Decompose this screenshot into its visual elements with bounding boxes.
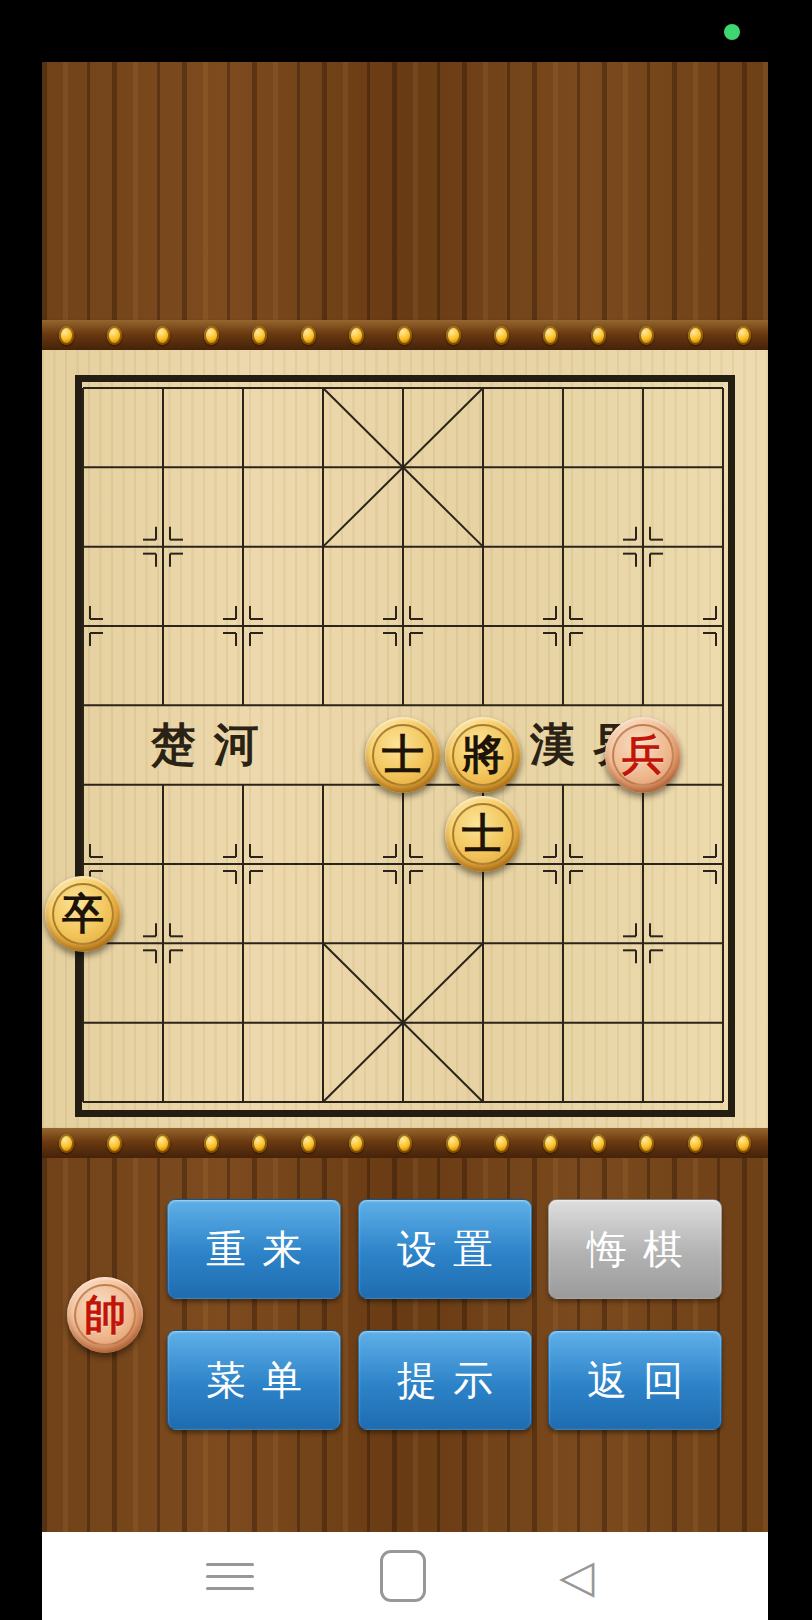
gold-stud [59,326,74,345]
gold-stud [252,1134,267,1153]
wood-background-bottom: 帥 重来 设置 悔棋 菜单 提示 返回 [42,1158,768,1532]
gold-stud [397,326,412,345]
restart-button[interactable]: 重来 [167,1199,341,1299]
gold-stud [639,326,654,345]
gold-stud [349,326,364,345]
gold-stud [155,326,170,345]
gold-stud [736,326,751,345]
nav-menu-icon[interactable] [185,1532,275,1620]
settings-button[interactable]: 设置 [358,1199,532,1299]
gold-stud [494,326,509,345]
gold-stud [736,1134,751,1153]
piece-glyph: 士 [462,813,504,855]
gold-stud [688,1134,703,1153]
wood-background-top [42,62,768,320]
piece-glyph: 士 [382,734,424,776]
stud-rail-top [42,320,768,350]
gold-stud [107,326,122,345]
hamburger-icon [206,1563,254,1590]
gold-stud [397,1134,412,1153]
gold-stud [591,1134,606,1153]
home-square-icon [380,1550,426,1602]
gold-stud [639,1134,654,1153]
gold-stud [688,326,703,345]
gold-stud [301,326,316,345]
gold-stud [349,1134,364,1153]
piece-black-general[interactable]: 將 [445,717,521,793]
android-nav-bar: ◁ [42,1532,768,1620]
hint-button[interactable]: 提示 [358,1330,532,1430]
turn-indicator-piece: 帥 [67,1277,143,1353]
xiangqi-board[interactable]: 楚河 漢界 士將兵士卒相砲炮砲炮帥 [42,350,768,1128]
return-button[interactable]: 返回 [548,1330,722,1430]
gold-stud [204,326,219,345]
gold-stud [446,326,461,345]
piece-black-advisor[interactable]: 士 [365,717,441,793]
gold-stud [107,1134,122,1153]
piece-black-advisor[interactable]: 士 [445,796,521,872]
gold-stud [543,1134,558,1153]
gold-stud [204,1134,219,1153]
menu-button[interactable]: 菜单 [167,1330,341,1430]
status-green-dot [724,24,740,40]
gold-stud [59,1134,74,1153]
nav-back-icon[interactable]: ◁ [532,1532,622,1620]
nav-home-icon[interactable] [358,1532,448,1620]
piece-red-soldier[interactable]: 兵 [605,717,681,793]
undo-button[interactable]: 悔棋 [548,1199,722,1299]
piece-glyph: 兵 [622,734,664,776]
piece-glyph: 卒 [62,893,104,935]
gold-stud [494,1134,509,1153]
gold-stud [543,326,558,345]
stud-rail-bottom [42,1128,768,1158]
piece-glyph: 將 [462,734,504,776]
piece-black-soldier[interactable]: 卒 [45,876,121,952]
gold-stud [155,1134,170,1153]
gold-stud [301,1134,316,1153]
gold-stud [446,1134,461,1153]
gold-stud [252,326,267,345]
gold-stud [591,326,606,345]
back-triangle-icon: ◁ [559,1553,594,1599]
turn-indicator-glyph: 帥 [84,1294,126,1336]
phone-screen: 楚河 漢界 士將兵士卒相砲炮砲炮帥 帥 重来 设置 悔棋 菜单 提示 返回 [0,0,812,1620]
app-area: 楚河 漢界 士將兵士卒相砲炮砲炮帥 帥 重来 设置 悔棋 菜单 提示 返回 [42,62,768,1620]
